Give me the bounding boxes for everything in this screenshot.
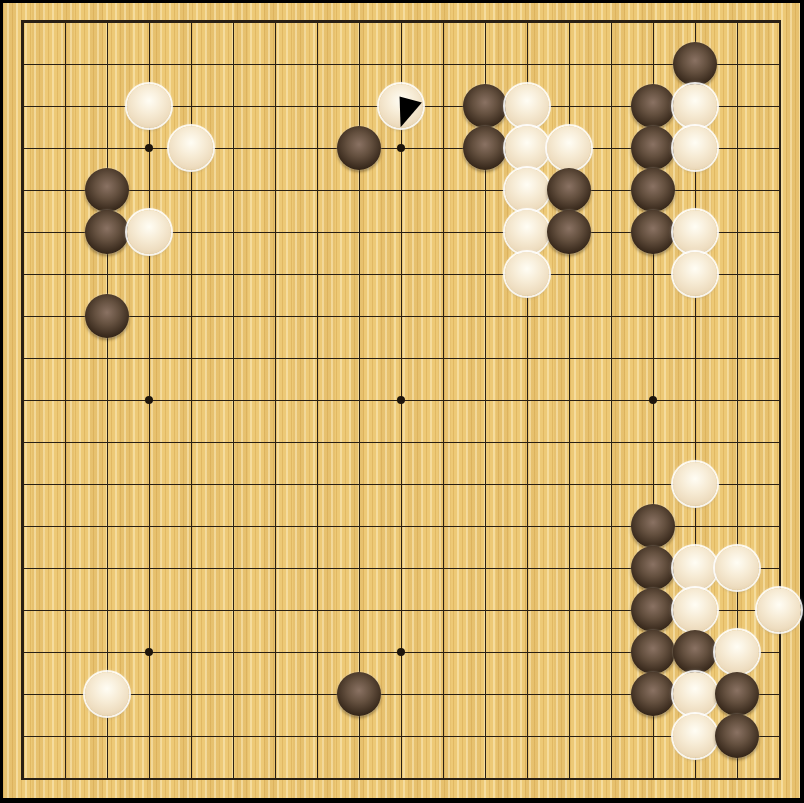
black-stone-M16[interactable] (463, 126, 507, 170)
black-stone-S3[interactable] (715, 672, 759, 716)
star-point (145, 396, 153, 404)
white-stone-D17[interactable] (127, 84, 171, 128)
go-board[interactable] (0, 0, 804, 803)
white-stone-T5[interactable] (757, 588, 801, 632)
star-point (649, 396, 657, 404)
white-stone-R6[interactable] (673, 546, 717, 590)
go-app-window (0, 0, 804, 803)
black-stone-Q7[interactable] (631, 504, 675, 548)
grid-line-vertical (779, 22, 780, 779)
white-stone-R13[interactable] (673, 252, 717, 296)
white-stone-R5[interactable] (673, 588, 717, 632)
black-stone-J16[interactable] (337, 126, 381, 170)
black-stone-Q14[interactable] (631, 210, 675, 254)
white-stone-K17[interactable] (379, 84, 423, 128)
black-stone-M17[interactable] (463, 84, 507, 128)
white-stone-N15[interactable] (505, 168, 549, 212)
black-stone-O14[interactable] (547, 210, 591, 254)
black-stone-Q3[interactable] (631, 672, 675, 716)
grid-line-vertical (443, 22, 444, 779)
white-stone-E16[interactable] (169, 126, 213, 170)
grid-line-horizontal (23, 484, 780, 485)
white-stone-O16[interactable] (547, 126, 591, 170)
white-stone-N17[interactable] (505, 84, 549, 128)
white-stone-R16[interactable] (673, 126, 717, 170)
white-stone-S4[interactable] (715, 630, 759, 674)
black-stone-Q17[interactable] (631, 84, 675, 128)
black-stone-Q15[interactable] (631, 168, 675, 212)
grid-line-horizontal (23, 778, 780, 779)
white-stone-R14[interactable] (673, 210, 717, 254)
black-stone-C14[interactable] (85, 210, 129, 254)
white-stone-N14[interactable] (505, 210, 549, 254)
grid-line-horizontal (23, 442, 780, 443)
white-stone-D14[interactable] (127, 210, 171, 254)
black-stone-Q4[interactable] (631, 630, 675, 674)
white-stone-N13[interactable] (505, 252, 549, 296)
black-stone-J3[interactable] (337, 672, 381, 716)
star-point (397, 144, 405, 152)
grid-line-horizontal (23, 736, 780, 737)
black-stone-R4[interactable] (673, 630, 717, 674)
white-stone-S6[interactable] (715, 546, 759, 590)
black-stone-Q5[interactable] (631, 588, 675, 632)
black-stone-Q16[interactable] (631, 126, 675, 170)
black-stone-C12[interactable] (85, 294, 129, 338)
white-stone-R8[interactable] (673, 462, 717, 506)
black-stone-C15[interactable] (85, 168, 129, 212)
star-point (145, 648, 153, 656)
grid-line-vertical (611, 22, 612, 779)
black-stone-Q6[interactable] (631, 546, 675, 590)
white-stone-R17[interactable] (673, 84, 717, 128)
black-stone-R18[interactable] (673, 42, 717, 86)
white-stone-R3[interactable] (673, 672, 717, 716)
white-stone-R2[interactable] (673, 714, 717, 758)
black-stone-S2[interactable] (715, 714, 759, 758)
star-point (397, 396, 405, 404)
white-stone-C3[interactable] (85, 672, 129, 716)
star-point (145, 144, 153, 152)
star-point (397, 648, 405, 656)
white-stone-N16[interactable] (505, 126, 549, 170)
black-stone-O15[interactable] (547, 168, 591, 212)
